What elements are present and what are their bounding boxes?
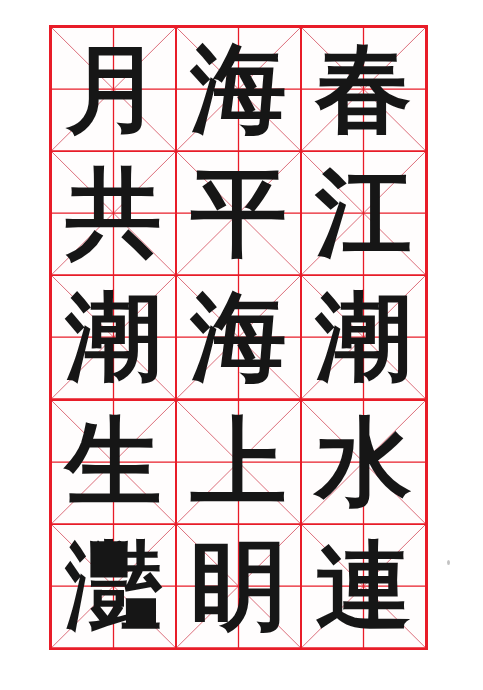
calligraphy-character: 上 (176, 400, 301, 524)
calligraphy-character: 灩 (51, 524, 176, 648)
calligraphy-character: 生 (51, 400, 176, 524)
grid-cell: 平 (176, 151, 301, 275)
calligraphy-character: 連 (301, 524, 426, 648)
grid-cell: 月 (51, 27, 176, 151)
grid-cell: 水 (301, 400, 426, 524)
calligraphy-character: 潮 (51, 275, 176, 399)
paper-speck-artifact (447, 560, 450, 565)
grid-cell: 潮 (301, 275, 426, 399)
grid-cell: 海 (176, 275, 301, 399)
grid-cell: 春 (301, 27, 426, 151)
calligraphy-character: 平 (176, 151, 301, 275)
calligraphy-character: 月 (51, 27, 176, 151)
calligraphy-character: 江 (301, 151, 426, 275)
grid-cell: 潮 (51, 275, 176, 399)
calligraphy-character: 共 (51, 151, 176, 275)
grid-cell: 連 (301, 524, 426, 648)
calligraphy-character: 潮 (301, 275, 426, 399)
calligraphy-character: 春 (301, 27, 426, 151)
grid-cell: 眀 (176, 524, 301, 648)
calligraphy-character: 水 (301, 400, 426, 524)
copybook-page: 月海春共平江潮海潮生上水灩眀連 (0, 0, 483, 690)
mizige-board: 月海春共平江潮海潮生上水灩眀連 (49, 25, 428, 650)
calligraphy-character: 海 (176, 275, 301, 399)
calligraphy-character: 海 (176, 27, 301, 151)
grid-cell: 上 (176, 400, 301, 524)
calligraphy-character: 眀 (176, 524, 301, 648)
grid-cell: 灩 (51, 524, 176, 648)
grid-cell: 生 (51, 400, 176, 524)
grid-cell: 共 (51, 151, 176, 275)
grid-cell: 江 (301, 151, 426, 275)
grid-cell: 海 (176, 27, 301, 151)
